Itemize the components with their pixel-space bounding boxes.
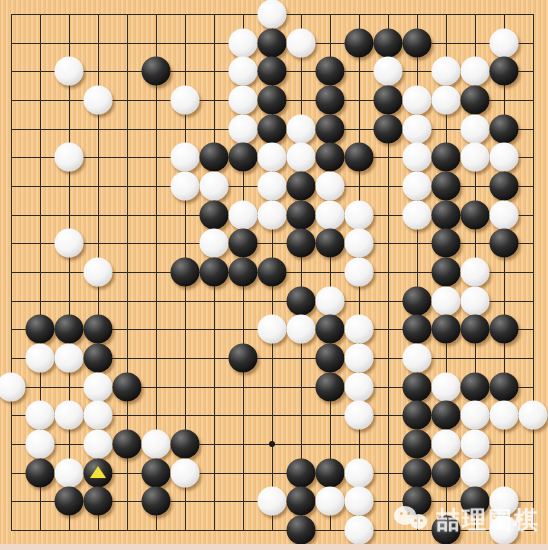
black-stone [374, 28, 403, 57]
grid-line-vertical [533, 14, 534, 531]
white-stone [490, 28, 519, 57]
white-stone [142, 430, 171, 459]
white-stone [345, 458, 374, 487]
white-stone [316, 200, 345, 229]
white-stone [432, 372, 461, 401]
white-stone [316, 286, 345, 315]
black-stone [142, 487, 171, 516]
white-stone [171, 458, 200, 487]
white-stone [490, 401, 519, 430]
white-stone [461, 430, 490, 459]
black-stone [26, 458, 55, 487]
black-stone [229, 229, 258, 258]
white-stone [84, 86, 113, 115]
white-stone [345, 401, 374, 430]
black-stone [345, 28, 374, 57]
white-stone [258, 200, 287, 229]
black-stone [229, 258, 258, 287]
black-stone [403, 401, 432, 430]
white-stone [55, 401, 84, 430]
white-stone [345, 516, 374, 545]
white-stone [490, 487, 519, 516]
black-stone [432, 401, 461, 430]
white-stone [55, 344, 84, 373]
black-stone [200, 143, 229, 172]
white-stone [461, 114, 490, 143]
black-stone [84, 487, 113, 516]
black-stone [200, 258, 229, 287]
black-stone [287, 172, 316, 201]
white-stone [55, 458, 84, 487]
black-stone [258, 28, 287, 57]
white-stone [258, 0, 287, 29]
black-stone [403, 458, 432, 487]
white-stone [229, 114, 258, 143]
black-stone [490, 229, 519, 258]
black-stone [142, 57, 171, 86]
white-stone [403, 114, 432, 143]
black-stone [316, 458, 345, 487]
black-stone [316, 229, 345, 258]
black-stone [490, 172, 519, 201]
white-stone [55, 229, 84, 258]
white-stone [403, 200, 432, 229]
black-stone [403, 487, 432, 516]
black-stone [316, 344, 345, 373]
white-stone [258, 143, 287, 172]
black-stone [461, 86, 490, 115]
white-stone [403, 143, 432, 172]
black-stone [287, 200, 316, 229]
black-stone [461, 200, 490, 229]
black-stone [258, 57, 287, 86]
black-stone [84, 315, 113, 344]
last-move-triangle-marker [90, 466, 106, 478]
white-stone [287, 114, 316, 143]
white-stone [258, 315, 287, 344]
black-stone [432, 315, 461, 344]
black-stone [287, 229, 316, 258]
white-stone [84, 401, 113, 430]
white-stone [258, 172, 287, 201]
star-point [269, 441, 275, 447]
black-stone [84, 344, 113, 373]
black-stone [374, 114, 403, 143]
white-stone [84, 430, 113, 459]
black-stone [258, 86, 287, 115]
black-stone [490, 372, 519, 401]
grid-line-vertical [504, 14, 505, 531]
white-stone [403, 172, 432, 201]
black-stone [171, 258, 200, 287]
black-stone [403, 315, 432, 344]
black-stone [461, 315, 490, 344]
white-stone [432, 86, 461, 115]
white-stone [229, 28, 258, 57]
white-stone [374, 57, 403, 86]
white-stone [490, 516, 519, 545]
black-stone [432, 200, 461, 229]
white-stone [461, 143, 490, 172]
white-stone [403, 86, 432, 115]
white-stone [345, 344, 374, 373]
white-stone [490, 200, 519, 229]
white-stone [26, 430, 55, 459]
white-stone [55, 57, 84, 86]
black-stone [374, 86, 403, 115]
white-stone [345, 229, 374, 258]
black-stone [142, 458, 171, 487]
black-stone [287, 286, 316, 315]
black-stone [432, 258, 461, 287]
black-stone [287, 487, 316, 516]
black-stone [403, 430, 432, 459]
black-stone [432, 229, 461, 258]
white-stone [84, 372, 113, 401]
black-stone [490, 57, 519, 86]
white-stone [0, 372, 26, 401]
white-stone [287, 28, 316, 57]
white-stone [316, 487, 345, 516]
black-stone [316, 143, 345, 172]
black-stone [200, 200, 229, 229]
black-stone [490, 315, 519, 344]
white-stone [461, 401, 490, 430]
white-stone [229, 200, 258, 229]
black-stone [432, 516, 461, 545]
black-stone [26, 315, 55, 344]
white-stone [403, 344, 432, 373]
white-stone [461, 57, 490, 86]
black-stone [171, 430, 200, 459]
white-stone [26, 401, 55, 430]
black-stone [403, 28, 432, 57]
grid-line-vertical [301, 14, 302, 531]
white-stone [519, 401, 548, 430]
black-stone [316, 372, 345, 401]
white-stone [287, 143, 316, 172]
black-stone [490, 114, 519, 143]
white-stone [171, 172, 200, 201]
black-stone [345, 143, 374, 172]
white-stone [258, 487, 287, 516]
black-stone [113, 430, 142, 459]
white-stone [171, 143, 200, 172]
bottom-strip [0, 544, 548, 550]
black-stone [55, 315, 84, 344]
white-stone [432, 430, 461, 459]
white-stone [345, 487, 374, 516]
black-stone [229, 143, 258, 172]
black-stone [461, 487, 490, 516]
white-stone [84, 258, 113, 287]
black-stone [403, 372, 432, 401]
black-stone [316, 315, 345, 344]
black-stone [432, 143, 461, 172]
black-stone [258, 114, 287, 143]
black-stone [113, 372, 142, 401]
white-stone [345, 200, 374, 229]
black-stone [316, 114, 345, 143]
black-stone [316, 86, 345, 115]
white-stone [432, 57, 461, 86]
white-stone [316, 172, 345, 201]
white-stone [26, 344, 55, 373]
white-stone [287, 315, 316, 344]
white-stone [490, 143, 519, 172]
black-stone [229, 344, 258, 373]
white-stone [345, 258, 374, 287]
black-stone [287, 458, 316, 487]
white-stone [461, 286, 490, 315]
black-stone [55, 487, 84, 516]
white-stone [229, 57, 258, 86]
black-stone [403, 286, 432, 315]
black-stone [287, 516, 316, 545]
black-stone [432, 458, 461, 487]
white-stone [461, 258, 490, 287]
black-stone [432, 172, 461, 201]
white-stone [200, 172, 229, 201]
black-stone [316, 57, 345, 86]
white-stone [171, 86, 200, 115]
white-stone [345, 372, 374, 401]
white-stone [200, 229, 229, 258]
white-stone [55, 143, 84, 172]
go-board[interactable]: 喆理围棋 [0, 0, 548, 550]
black-stone [461, 372, 490, 401]
black-stone [258, 258, 287, 287]
white-stone [432, 286, 461, 315]
white-stone [229, 86, 258, 115]
white-stone [461, 458, 490, 487]
white-stone [345, 315, 374, 344]
